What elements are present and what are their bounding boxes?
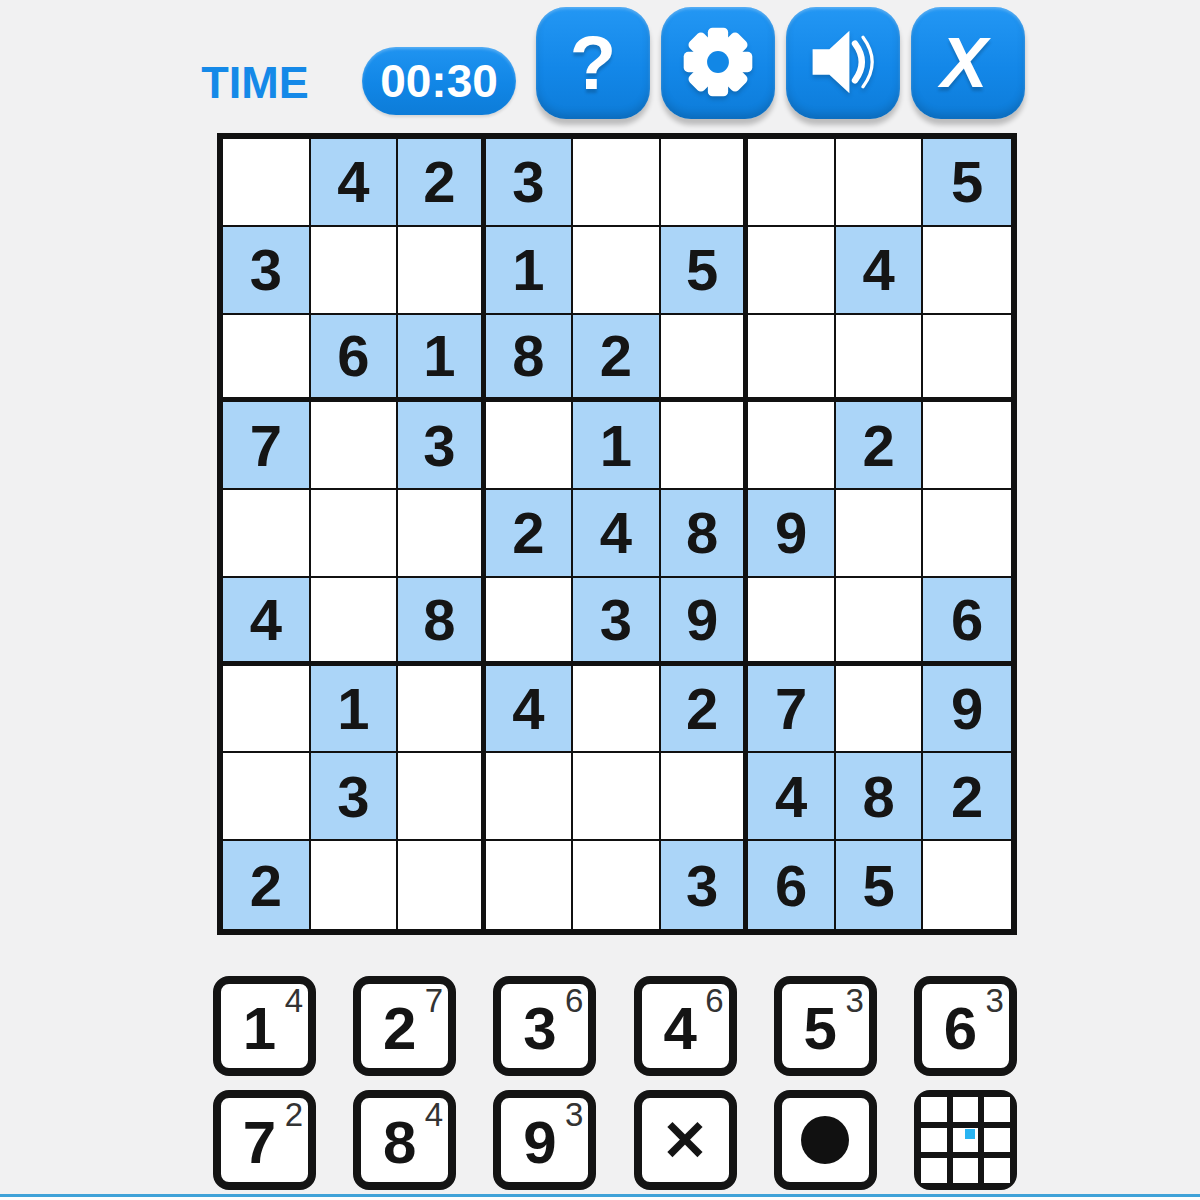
sudoku-cell-r3c8[interactable] [836, 315, 924, 403]
sudoku-cell-r7c4[interactable]: 4 [486, 666, 574, 754]
settings-button[interactable] [661, 7, 775, 119]
sudoku-cell-r8c9[interactable]: 2 [923, 753, 1011, 841]
sudoku-cell-r9c2[interactable] [311, 841, 399, 929]
pad-digit-count: 2 [285, 1098, 303, 1133]
sudoku-cell-r4c1[interactable]: 7 [223, 402, 311, 490]
sudoku-cell-r6c2[interactable] [311, 578, 399, 666]
sudoku-cell-r8c2[interactable]: 3 [311, 753, 399, 841]
pad-digit-label: 1 [243, 999, 276, 1059]
sudoku-cell-r4c7[interactable] [748, 402, 836, 490]
sudoku-cell-r1c2[interactable]: 4 [311, 139, 399, 227]
pad-digit-label: 8 [383, 1113, 416, 1173]
pad-digit-count: 7 [425, 984, 443, 1019]
sudoku-cell-r6c3[interactable]: 8 [398, 578, 486, 666]
pad-digit-count: 6 [705, 984, 723, 1019]
gear-icon [679, 23, 757, 104]
sudoku-cell-r6c5[interactable]: 3 [573, 578, 661, 666]
x-icon: X [941, 28, 996, 98]
sudoku-cell-r9c7[interactable]: 6 [748, 841, 836, 929]
sudoku-cell-r5c2[interactable] [311, 490, 399, 578]
sudoku-cell-r7c8[interactable] [836, 666, 924, 754]
erase-x-icon: ✕ [662, 1113, 709, 1169]
sudoku-cell-r4c8[interactable]: 2 [836, 402, 924, 490]
sudoku-cell-r1c1[interactable] [223, 139, 311, 227]
sudoku-cell-r9c3[interactable] [398, 841, 486, 929]
sudoku-cell-r7c6[interactable]: 2 [661, 666, 749, 754]
sudoku-cell-r3c9[interactable] [923, 315, 1011, 403]
sudoku-cell-r1c8[interactable] [836, 139, 924, 227]
sudoku-cell-r1c5[interactable] [573, 139, 661, 227]
pad-digit-label: 4 [663, 999, 696, 1059]
sudoku-cell-r9c4[interactable] [486, 841, 574, 929]
sudoku-cell-r5c3[interactable] [398, 490, 486, 578]
pad-digit-2-button[interactable]: 27 [353, 976, 456, 1076]
sudoku-cell-r4c3[interactable]: 3 [398, 402, 486, 490]
sudoku-cell-r2c6[interactable]: 5 [661, 227, 749, 315]
sudoku-cell-r2c2[interactable] [311, 227, 399, 315]
sudoku-cell-r6c8[interactable] [836, 578, 924, 666]
sudoku-cell-r6c4[interactable] [486, 578, 574, 666]
sudoku-cell-r8c5[interactable] [573, 753, 661, 841]
pad-digit-count: 4 [425, 1098, 443, 1133]
pad-digit-count: 6 [565, 984, 583, 1019]
sudoku-cell-r7c2[interactable]: 1 [311, 666, 399, 754]
sound-button[interactable] [786, 7, 900, 119]
sudoku-cell-r8c3[interactable] [398, 753, 486, 841]
sudoku-cell-r3c2[interactable]: 6 [311, 315, 399, 403]
pad-digit-label: 7 [243, 1113, 276, 1173]
sudoku-cell-r5c5[interactable]: 4 [573, 490, 661, 578]
sudoku-board: 42353154618273122489483961427934822365 [217, 133, 1017, 935]
sudoku-cell-r7c3[interactable] [398, 666, 486, 754]
sudoku-cell-r4c4[interactable] [486, 402, 574, 490]
pad-digit-count: 4 [285, 984, 303, 1019]
pad-digit-8-button[interactable]: 84 [353, 1090, 456, 1190]
sudoku-cell-r1c3[interactable]: 2 [398, 139, 486, 227]
sudoku-cell-r3c7[interactable] [748, 315, 836, 403]
pad-digit-4-button[interactable]: 46 [634, 976, 737, 1076]
sudoku-cell-r7c5[interactable] [573, 666, 661, 754]
sudoku-cell-r8c4[interactable] [486, 753, 574, 841]
sudoku-cell-r8c8[interactable]: 8 [836, 753, 924, 841]
sudoku-cell-r4c9[interactable] [923, 402, 1011, 490]
sudoku-cell-r5c8[interactable] [836, 490, 924, 578]
sudoku-cell-r8c1[interactable] [223, 753, 311, 841]
pad-digit-label: 2 [383, 999, 416, 1059]
dot-icon [801, 1116, 849, 1164]
sudoku-cell-r5c6[interactable]: 8 [661, 490, 749, 578]
sudoku-cell-r8c6[interactable] [661, 753, 749, 841]
sudoku-cell-r2c7[interactable] [748, 227, 836, 315]
sudoku-cell-r9c8[interactable]: 5 [836, 841, 924, 929]
pad-digit-label: 9 [523, 1113, 556, 1173]
pad-digit-6-button[interactable]: 63 [914, 976, 1017, 1076]
pad-digit-count: 3 [986, 984, 1004, 1019]
sudoku-cell-r7c1[interactable] [223, 666, 311, 754]
sudoku-cell-r2c3[interactable] [398, 227, 486, 315]
sudoku-cell-r7c9[interactable]: 9 [923, 666, 1011, 754]
sudoku-cell-r3c4[interactable]: 8 [486, 315, 574, 403]
sudoku-cell-r6c6[interactable]: 9 [661, 578, 749, 666]
sudoku-cell-r5c7[interactable]: 9 [748, 490, 836, 578]
erase-button[interactable]: ✕ [634, 1090, 737, 1190]
sudoku-cell-r2c4[interactable]: 1 [486, 227, 574, 315]
sudoku-cell-r1c7[interactable] [748, 139, 836, 227]
sudoku-cell-r2c1[interactable]: 3 [223, 227, 311, 315]
sudoku-cell-r5c9[interactable] [923, 490, 1011, 578]
sudoku-cell-r1c6[interactable] [661, 139, 749, 227]
sudoku-cell-r4c6[interactable] [661, 402, 749, 490]
mini-grid-icon [921, 1097, 1010, 1183]
pad-digit-1-button[interactable]: 14 [213, 976, 316, 1076]
pad-digit-label: 6 [944, 999, 977, 1059]
sudoku-cell-r9c1[interactable]: 2 [223, 841, 311, 929]
pad-digit-7-button[interactable]: 72 [213, 1090, 316, 1190]
sudoku-cell-r3c6[interactable] [661, 315, 749, 403]
sudoku-cell-r5c4[interactable]: 2 [486, 490, 574, 578]
sudoku-cell-r2c8[interactable]: 4 [836, 227, 924, 315]
question-mark-icon: ? [570, 25, 616, 101]
sudoku-cell-r3c1[interactable] [223, 315, 311, 403]
sudoku-cell-r4c5[interactable]: 1 [573, 402, 661, 490]
pad-digit-9-button[interactable]: 93 [493, 1090, 596, 1190]
help-button[interactable]: ? [536, 7, 650, 119]
sudoku-cell-r3c5[interactable]: 2 [573, 315, 661, 403]
sudoku-cell-r3c3[interactable]: 1 [398, 315, 486, 403]
pad-digit-count: 3 [565, 1098, 583, 1133]
sudoku-cell-r9c6[interactable]: 3 [661, 841, 749, 929]
sudoku-cell-r8c7[interactable]: 4 [748, 753, 836, 841]
sudoku-cell-r6c9[interactable]: 6 [923, 578, 1011, 666]
sudoku-cell-r7c7[interactable]: 7 [748, 666, 836, 754]
mark-dot-button[interactable] [774, 1090, 877, 1190]
timer-display: 00:30 [362, 47, 516, 115]
pad-digit-label: 5 [804, 999, 837, 1059]
number-pad-row-1: 142736465363 [213, 976, 1017, 1076]
pad-digit-3-button[interactable]: 36 [493, 976, 596, 1076]
sudoku-app: TIME 00:30 ? [0, 0, 1200, 1200]
sudoku-cell-r6c1[interactable]: 4 [223, 578, 311, 666]
notes-grid-button[interactable] [914, 1090, 1017, 1190]
sudoku-cell-r5c1[interactable] [223, 490, 311, 578]
sudoku-cell-r2c5[interactable] [573, 227, 661, 315]
sudoku-cell-r9c5[interactable] [573, 841, 661, 929]
time-label: TIME [200, 57, 310, 109]
sudoku-cell-r1c9[interactable]: 5 [923, 139, 1011, 227]
number-pad-row-2: 728493✕ [213, 1090, 1017, 1190]
sudoku-cell-r4c2[interactable] [311, 402, 399, 490]
pad-digit-count: 3 [845, 984, 863, 1019]
speaker-icon [803, 22, 883, 105]
sudoku-cell-r6c7[interactable] [748, 578, 836, 666]
close-button[interactable]: X [911, 7, 1025, 119]
sudoku-cell-r9c9[interactable] [923, 841, 1011, 929]
pad-digit-5-button[interactable]: 53 [774, 976, 877, 1076]
sudoku-cell-r2c9[interactable] [923, 227, 1011, 315]
pad-digit-label: 3 [523, 999, 556, 1059]
sudoku-cell-r1c4[interactable]: 3 [486, 139, 574, 227]
